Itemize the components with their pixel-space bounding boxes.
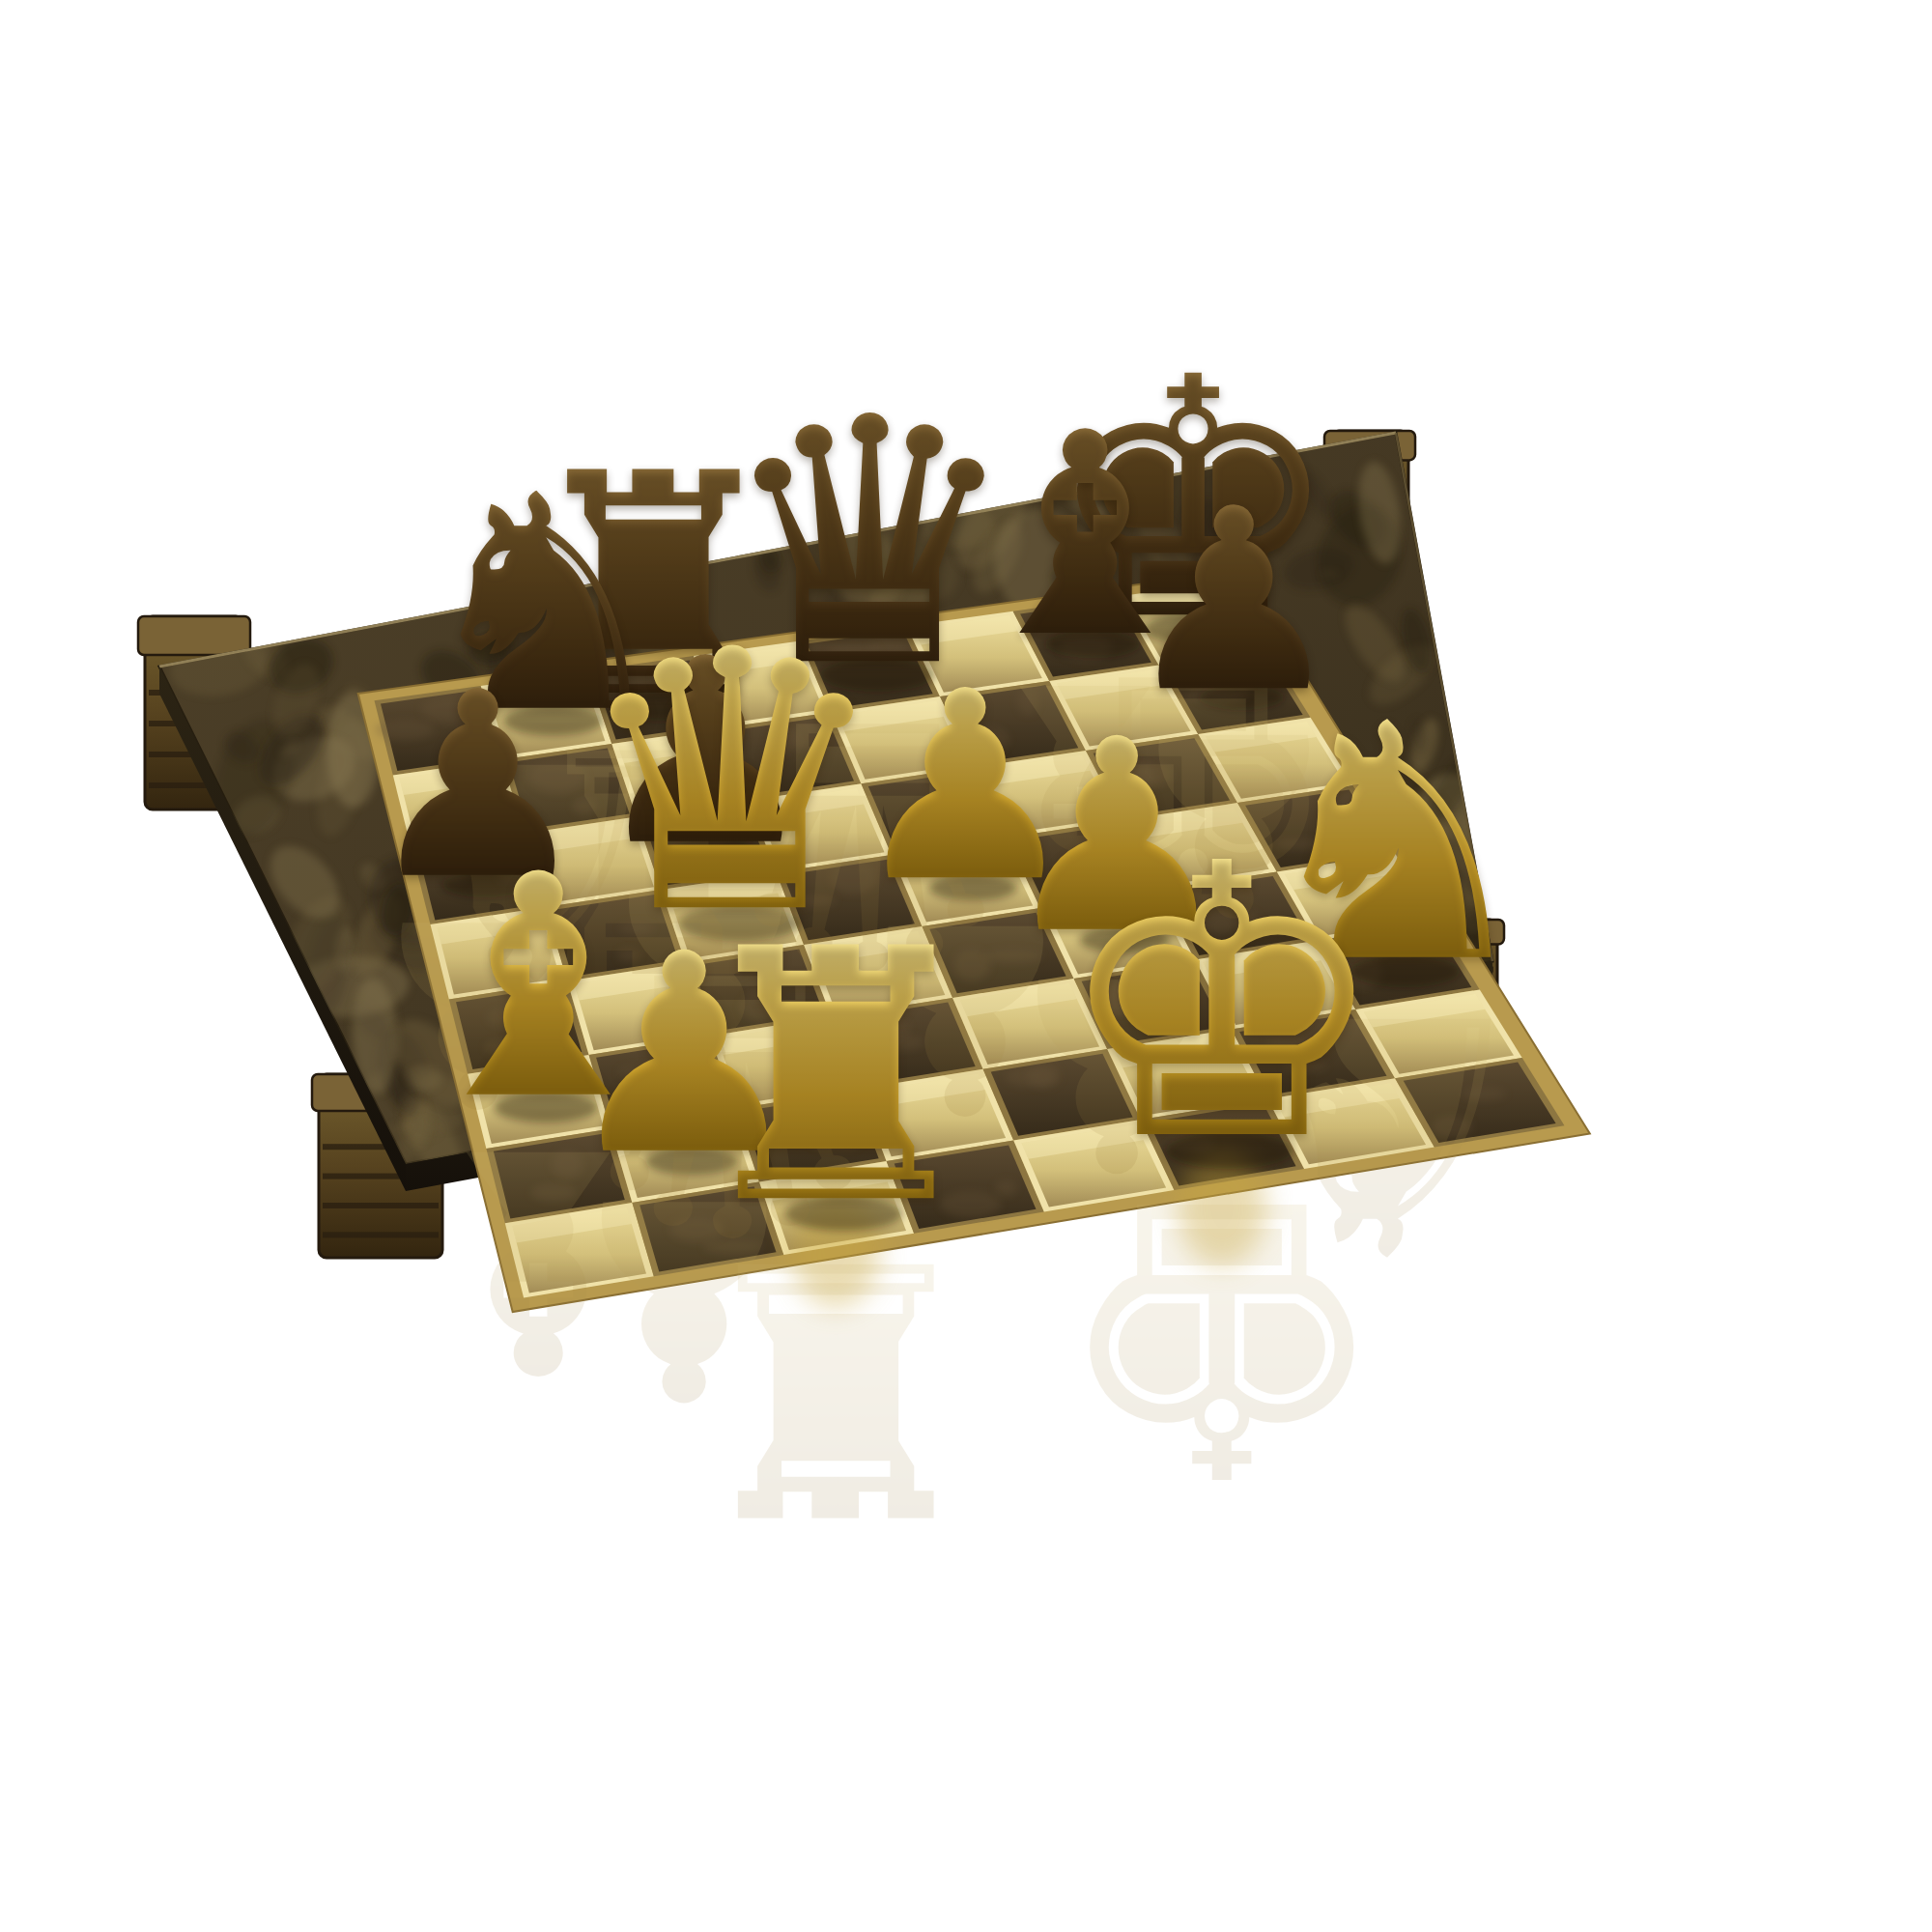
- product-photo-stage: ♚♚♝♝♛♛♟♟♜♜♞♞♟♟♟♟♟♟♛♛♟♟♞♞♝♝♚♚♟♟♜♜: [0, 0, 1932, 1932]
- rook-glyph: ♜: [680, 904, 992, 1252]
- piece-gold-king-f1[interactable]: ♚♚: [1053, 815, 1391, 1192]
- piece-gold-rook-c1[interactable]: ♜♜: [680, 904, 992, 1252]
- king-glyph: ♚: [1053, 815, 1391, 1192]
